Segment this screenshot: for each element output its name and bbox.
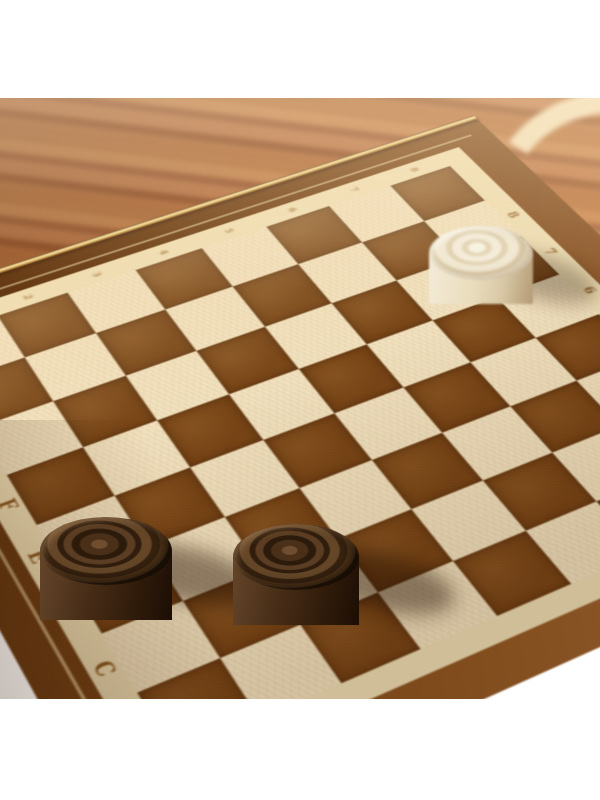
photo-margin-bottom [0,699,600,800]
piece-top-face [233,524,359,590]
photo-margin-top [0,0,600,98]
dark-checker-piece-2[interactable] [233,524,359,625]
photo-frame: 12345678HGFEDCB8765432 [0,0,600,800]
white-checker-piece[interactable] [429,226,533,304]
dark-checker-piece-1[interactable] [40,517,172,620]
piece-top-face [429,226,533,280]
piece-top-face [40,517,172,585]
